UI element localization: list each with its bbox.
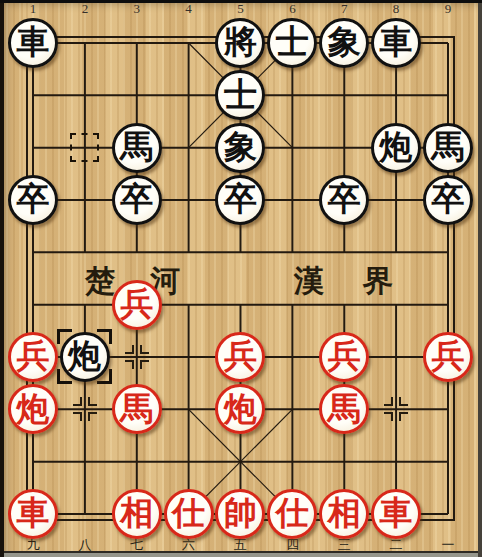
dashed-square-icon	[70, 133, 99, 162]
cross-icon	[125, 345, 149, 369]
piece-black-general[interactable]: 將	[215, 18, 265, 68]
file-label-bottom: 八	[73, 538, 97, 552]
file-label-top: 5	[229, 2, 253, 16]
file-label-bottom: 五	[229, 538, 253, 552]
file-label-bottom: 三	[332, 538, 356, 552]
piece-black-soldier[interactable]: 卒	[319, 175, 369, 225]
piece-black-chariot[interactable]: 車	[8, 18, 58, 68]
xiangqi-board-window: 123456789 九八七六五四三二一 楚河 漢界 車將士象車士馬象炮馬卒卒卒卒…	[0, 0, 482, 557]
piece-black-horse[interactable]: 馬	[423, 123, 473, 173]
piece-red-general[interactable]: 帥	[215, 489, 265, 539]
piece-black-elephant[interactable]: 象	[319, 18, 369, 68]
file-label-top: 8	[384, 2, 408, 16]
piece-black-soldier[interactable]: 卒	[423, 175, 473, 225]
piece-red-chariot[interactable]: 車	[8, 489, 58, 539]
piece-black-chariot[interactable]: 車	[371, 18, 421, 68]
piece-black-soldier[interactable]: 卒	[8, 175, 58, 225]
file-label-top: 1	[21, 2, 45, 16]
file-label-top: 3	[125, 2, 149, 16]
piece-red-soldier[interactable]: 兵	[423, 332, 473, 382]
file-label-top: 9	[436, 2, 460, 16]
piece-black-cannon[interactable]: 炮	[371, 123, 421, 173]
cross-icon	[384, 397, 408, 421]
move-origin-marker	[73, 397, 97, 421]
file-label-top: 7	[332, 2, 356, 16]
piece-black-elephant[interactable]: 象	[215, 123, 265, 173]
piece-black-horse[interactable]: 馬	[112, 123, 162, 173]
piece-red-advisor[interactable]: 仕	[164, 489, 214, 539]
piece-black-soldier[interactable]: 卒	[112, 175, 162, 225]
file-label-bottom: 六	[177, 538, 201, 552]
last-move-from-marker	[70, 133, 99, 162]
file-label-top: 4	[177, 2, 201, 16]
file-label-bottom: 九	[21, 538, 45, 552]
file-label-bottom: 七	[125, 538, 149, 552]
piece-red-horse[interactable]: 馬	[319, 384, 369, 434]
piece-red-advisor[interactable]: 仕	[267, 489, 317, 539]
piece-red-elephant[interactable]: 相	[112, 489, 162, 539]
piece-black-advisor[interactable]: 士	[267, 18, 317, 68]
pieces-layer[interactable]: 車將士象車士馬象炮馬卒卒卒卒卒兵兵炮兵兵兵炮馬炮馬車相仕帥仕相車	[7, 17, 474, 540]
piece-red-elephant[interactable]: 相	[319, 489, 369, 539]
file-label-top: 6	[280, 2, 304, 16]
file-label-bottom: 二	[384, 538, 408, 552]
piece-red-chariot[interactable]: 車	[371, 489, 421, 539]
move-origin-marker	[384, 397, 408, 421]
move-origin-marker	[125, 345, 149, 369]
file-label-bottom: 四	[280, 538, 304, 552]
file-label-bottom: 一	[436, 538, 460, 552]
file-label-top: 2	[73, 2, 97, 16]
piece-black-cannon[interactable]: 炮	[60, 332, 110, 382]
piece-red-cannon[interactable]: 炮	[8, 384, 58, 434]
piece-red-horse[interactable]: 馬	[112, 384, 162, 434]
piece-red-soldier[interactable]: 兵	[8, 332, 58, 382]
piece-red-soldier[interactable]: 兵	[319, 332, 369, 382]
piece-black-advisor[interactable]: 士	[215, 70, 265, 120]
piece-black-soldier[interactable]: 卒	[215, 175, 265, 225]
piece-red-soldier[interactable]: 兵	[215, 332, 265, 382]
piece-red-soldier[interactable]: 兵	[112, 280, 162, 330]
piece-red-cannon[interactable]: 炮	[215, 384, 265, 434]
cross-icon	[73, 397, 97, 421]
